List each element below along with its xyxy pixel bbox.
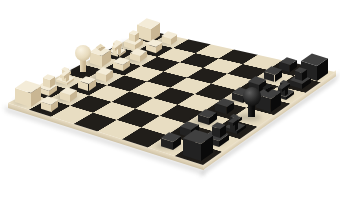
piece-part	[248, 104, 255, 117]
piece-part	[243, 87, 261, 105]
chess-set-photo	[0, 0, 340, 217]
pieces-layer	[0, 0, 340, 217]
piece-part	[80, 60, 86, 71]
piece-part	[75, 45, 91, 61]
